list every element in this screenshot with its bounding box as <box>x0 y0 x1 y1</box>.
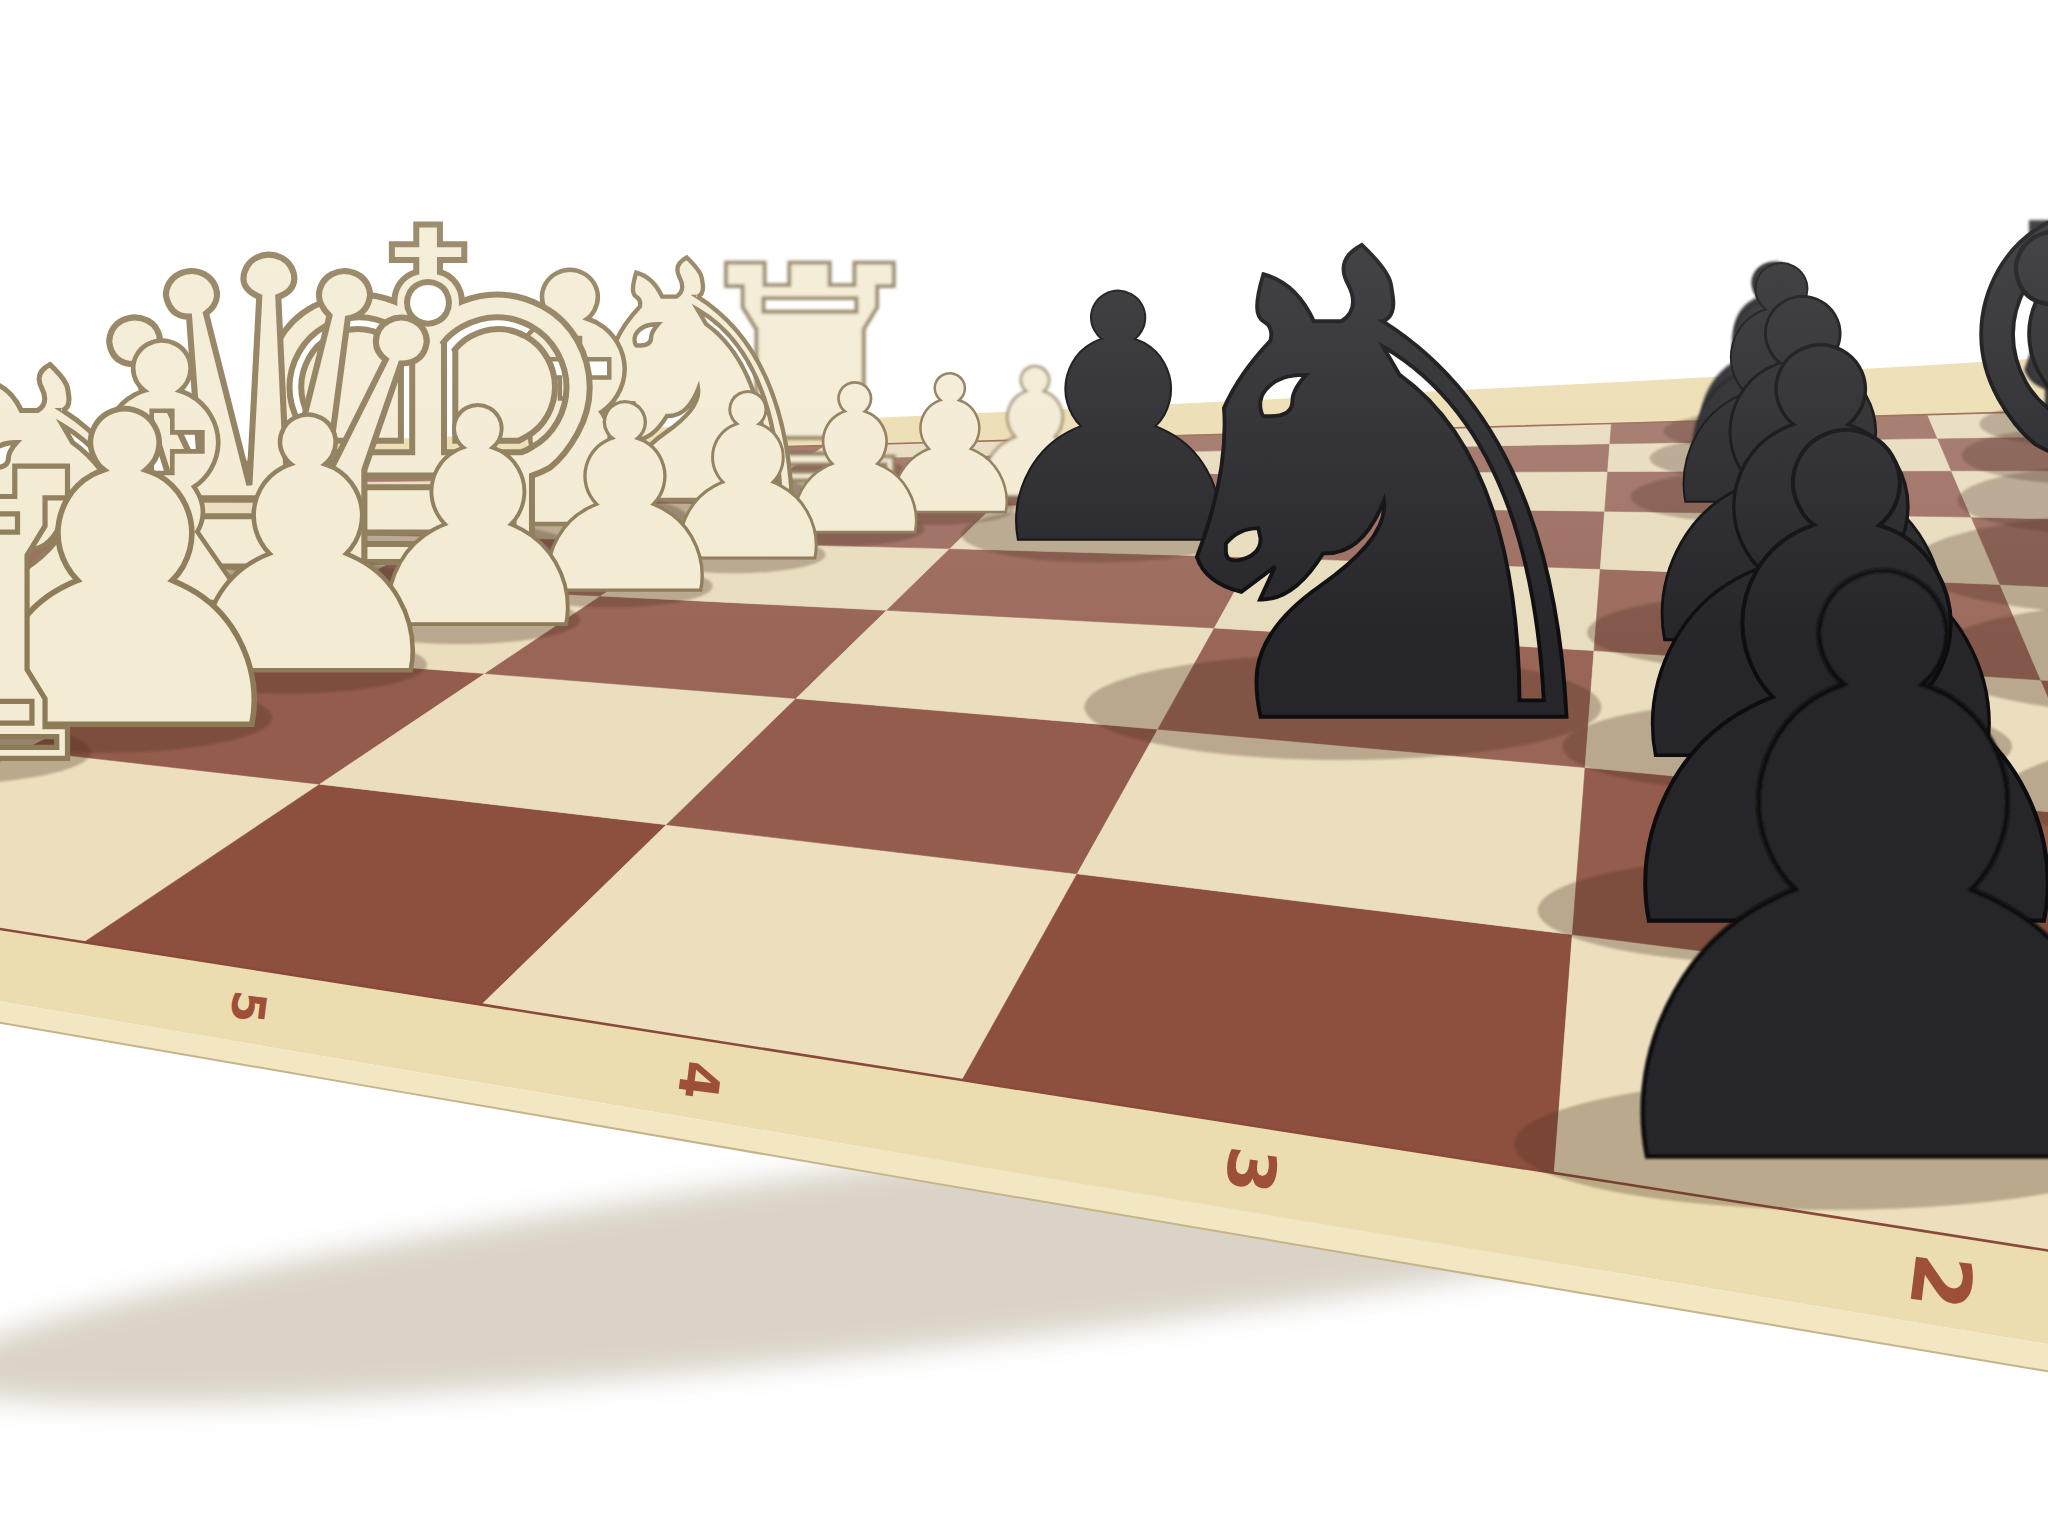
rank-label-4: 4 <box>665 1057 733 1103</box>
piece-glyph-rook: ♜ <box>0 387 134 852</box>
piece-white-rook-a8: ♜ <box>0 387 134 852</box>
piece-glyph-pawn: ♟ <box>1524 412 2048 1345</box>
chessboard-photo: 5432♜♟♞♟♜♟♞♟♝♟♝♟♟♟♚♚♟♛♝♟♟♞♛♟♞♟♟♜♝♟♟♜ <box>0 0 2048 1535</box>
rank-label-5: 5 <box>220 988 277 1026</box>
rank-label-3: 3 <box>1209 1142 1291 1197</box>
piece-black-pawn-a2: ♟ <box>1514 412 2048 1345</box>
